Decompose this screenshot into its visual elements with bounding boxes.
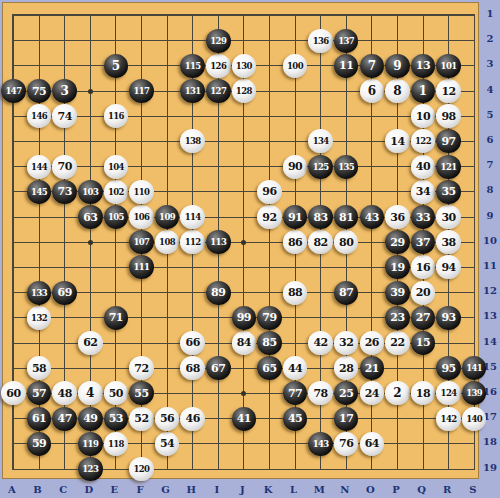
stone-white-104: 104 bbox=[104, 155, 129, 179]
stone-black-143: 143 bbox=[308, 432, 333, 456]
stone-white-10: 10 bbox=[411, 104, 436, 128]
stone-black-131: 131 bbox=[180, 79, 205, 103]
stone-white-14: 14 bbox=[385, 129, 410, 153]
stone-black-137: 137 bbox=[334, 29, 359, 53]
stone-white-140: 140 bbox=[462, 407, 487, 431]
stone-black-123: 123 bbox=[78, 457, 103, 481]
stone-white-86: 86 bbox=[283, 230, 308, 254]
stone-white-76: 76 bbox=[334, 432, 359, 456]
stone-white-114: 114 bbox=[180, 205, 205, 229]
stone-white-144: 144 bbox=[27, 155, 52, 179]
stone-white-116: 116 bbox=[104, 104, 129, 128]
stone-white-28: 28 bbox=[334, 356, 359, 380]
stone-white-22: 22 bbox=[385, 331, 410, 355]
stone-black-91: 91 bbox=[283, 205, 308, 229]
stone-white-70: 70 bbox=[52, 155, 77, 179]
stone-black-77: 77 bbox=[283, 381, 308, 405]
stone-black-29: 29 bbox=[385, 230, 410, 254]
stone-black-37: 37 bbox=[411, 230, 436, 254]
stone-white-26: 26 bbox=[360, 331, 385, 355]
stone-white-96: 96 bbox=[257, 180, 282, 204]
stone-black-35: 35 bbox=[436, 180, 461, 204]
row-label-1: 1 bbox=[481, 7, 499, 21]
stone-black-63: 63 bbox=[78, 205, 103, 229]
stone-black-115: 115 bbox=[180, 54, 205, 78]
col-label-P: P bbox=[388, 483, 404, 497]
stone-black-55: 55 bbox=[129, 381, 154, 405]
stone-white-84: 84 bbox=[232, 331, 257, 355]
stone-white-64: 64 bbox=[360, 432, 385, 456]
stone-white-106: 106 bbox=[129, 205, 154, 229]
stone-black-19: 19 bbox=[385, 255, 410, 279]
stone-black-39: 39 bbox=[385, 281, 410, 305]
row-label-14: 14 bbox=[481, 335, 499, 349]
stone-white-138: 138 bbox=[180, 129, 205, 153]
stone-white-2: 2 bbox=[385, 381, 410, 405]
stone-white-4: 4 bbox=[78, 381, 103, 405]
row-label-10: 10 bbox=[481, 234, 499, 248]
row-label-7: 7 bbox=[481, 158, 499, 172]
stone-black-69: 69 bbox=[52, 281, 77, 305]
stone-black-81: 81 bbox=[334, 205, 359, 229]
stone-white-62: 62 bbox=[78, 331, 103, 355]
col-label-D: D bbox=[81, 483, 97, 497]
stone-black-65: 65 bbox=[257, 356, 282, 380]
stone-black-85: 85 bbox=[257, 331, 282, 355]
stone-black-21: 21 bbox=[360, 356, 385, 380]
stone-white-72: 72 bbox=[129, 356, 154, 380]
row-label-4: 4 bbox=[481, 83, 499, 97]
stone-white-110: 110 bbox=[129, 180, 154, 204]
col-label-Q: Q bbox=[414, 483, 430, 497]
stone-black-13: 13 bbox=[411, 54, 436, 78]
stone-white-100: 100 bbox=[283, 54, 308, 78]
stone-black-57: 57 bbox=[27, 381, 52, 405]
stone-black-41: 41 bbox=[232, 407, 257, 431]
stone-black-141: 141 bbox=[462, 356, 487, 380]
stone-white-8: 8 bbox=[385, 79, 410, 103]
row-label-5: 5 bbox=[481, 108, 499, 122]
stone-black-1: 1 bbox=[411, 79, 436, 103]
stone-black-15: 15 bbox=[411, 331, 436, 355]
stone-black-33: 33 bbox=[411, 205, 436, 229]
stone-white-98: 98 bbox=[436, 104, 461, 128]
stone-white-66: 66 bbox=[180, 331, 205, 355]
stone-black-89: 89 bbox=[206, 281, 231, 305]
stone-white-128: 128 bbox=[232, 79, 257, 103]
stone-black-73: 73 bbox=[52, 180, 77, 204]
stone-white-40: 40 bbox=[411, 155, 436, 179]
stone-black-107: 107 bbox=[129, 230, 154, 254]
stone-black-61: 61 bbox=[27, 407, 52, 431]
row-label-8: 8 bbox=[481, 183, 499, 197]
row-label-9: 9 bbox=[481, 209, 499, 223]
stone-white-78: 78 bbox=[308, 381, 333, 405]
stone-white-88: 88 bbox=[283, 281, 308, 305]
col-label-B: B bbox=[30, 483, 46, 497]
col-label-M: M bbox=[311, 483, 327, 497]
stone-white-68: 68 bbox=[180, 356, 205, 380]
stone-black-135: 135 bbox=[334, 155, 359, 179]
stone-black-97: 97 bbox=[436, 129, 461, 153]
col-label-R: R bbox=[439, 483, 455, 497]
stone-black-121: 121 bbox=[436, 155, 461, 179]
col-label-O: O bbox=[362, 483, 378, 497]
stone-white-20: 20 bbox=[411, 281, 436, 305]
row-label-11: 11 bbox=[481, 259, 499, 273]
stone-white-54: 54 bbox=[155, 432, 180, 456]
stone-white-44: 44 bbox=[283, 356, 308, 380]
col-label-L: L bbox=[286, 483, 302, 497]
stone-black-133: 133 bbox=[27, 281, 52, 305]
stone-white-56: 56 bbox=[155, 407, 180, 431]
stone-white-38: 38 bbox=[436, 230, 461, 254]
stone-black-43: 43 bbox=[360, 205, 385, 229]
stone-black-93: 93 bbox=[436, 306, 461, 330]
stone-black-23: 23 bbox=[385, 306, 410, 330]
stone-black-117: 117 bbox=[129, 79, 154, 103]
stone-black-49: 49 bbox=[78, 407, 103, 431]
stone-black-95: 95 bbox=[436, 356, 461, 380]
stone-white-42: 42 bbox=[308, 331, 333, 355]
stone-white-34: 34 bbox=[411, 180, 436, 204]
stone-white-102: 102 bbox=[104, 180, 129, 204]
stone-white-82: 82 bbox=[308, 230, 333, 254]
go-board[interactable]: 1234567891011121314151617181920212223242… bbox=[2, 2, 479, 479]
col-label-J: J bbox=[234, 483, 250, 497]
col-label-F: F bbox=[132, 483, 148, 497]
stone-white-108: 108 bbox=[155, 230, 180, 254]
stone-white-130: 130 bbox=[232, 54, 257, 78]
stone-black-47: 47 bbox=[52, 407, 77, 431]
row-label-12: 12 bbox=[481, 284, 499, 298]
stone-black-87: 87 bbox=[334, 281, 359, 305]
stone-black-111: 111 bbox=[129, 255, 154, 279]
stone-black-11: 11 bbox=[334, 54, 359, 78]
row-label-3: 3 bbox=[481, 57, 499, 71]
stone-white-36: 36 bbox=[385, 205, 410, 229]
stone-white-58: 58 bbox=[27, 356, 52, 380]
stone-black-75: 75 bbox=[27, 79, 52, 103]
stone-black-45: 45 bbox=[283, 407, 308, 431]
stone-black-25: 25 bbox=[334, 381, 359, 405]
stone-white-24: 24 bbox=[360, 381, 385, 405]
stone-black-105: 105 bbox=[104, 205, 129, 229]
star-point bbox=[88, 89, 93, 94]
stone-black-27: 27 bbox=[411, 306, 436, 330]
stone-white-12: 12 bbox=[436, 79, 461, 103]
stone-white-132: 132 bbox=[27, 306, 52, 330]
stone-white-18: 18 bbox=[411, 381, 436, 405]
stone-black-3: 3 bbox=[52, 79, 77, 103]
col-label-K: K bbox=[260, 483, 276, 497]
stone-black-59: 59 bbox=[27, 432, 52, 456]
row-label-6: 6 bbox=[481, 133, 499, 147]
stone-white-112: 112 bbox=[180, 230, 205, 254]
stone-white-46: 46 bbox=[180, 407, 205, 431]
stone-black-125: 125 bbox=[308, 155, 333, 179]
stone-black-103: 103 bbox=[78, 180, 103, 204]
stone-black-71: 71 bbox=[104, 306, 129, 330]
star-point bbox=[88, 240, 93, 245]
row-label-19: 19 bbox=[481, 461, 499, 475]
stone-black-109: 109 bbox=[155, 205, 180, 229]
col-label-H: H bbox=[183, 483, 199, 497]
go-board-diagram: 1234567891011121314151617181920212223242… bbox=[0, 0, 500, 498]
stone-white-134: 134 bbox=[308, 129, 333, 153]
stone-white-48: 48 bbox=[52, 381, 77, 405]
stone-white-120: 120 bbox=[129, 457, 154, 481]
stone-black-83: 83 bbox=[308, 205, 333, 229]
col-label-I: I bbox=[209, 483, 225, 497]
stone-white-74: 74 bbox=[52, 104, 77, 128]
col-label-E: E bbox=[106, 483, 122, 497]
stone-black-101: 101 bbox=[436, 54, 461, 78]
stone-black-99: 99 bbox=[232, 306, 257, 330]
col-label-G: G bbox=[158, 483, 174, 497]
stone-white-92: 92 bbox=[257, 205, 282, 229]
stone-white-122: 122 bbox=[411, 129, 436, 153]
stone-black-145: 145 bbox=[27, 180, 52, 204]
stone-white-126: 126 bbox=[206, 54, 231, 78]
stone-white-124: 124 bbox=[436, 381, 461, 405]
stone-black-113: 113 bbox=[206, 230, 231, 254]
stone-white-118: 118 bbox=[104, 432, 129, 456]
stone-black-67: 67 bbox=[206, 356, 231, 380]
stone-white-16: 16 bbox=[411, 255, 436, 279]
stone-black-127: 127 bbox=[206, 79, 231, 103]
col-label-C: C bbox=[55, 483, 71, 497]
col-label-A: A bbox=[4, 483, 20, 497]
stone-black-139: 139 bbox=[462, 381, 487, 405]
stone-white-94: 94 bbox=[436, 255, 461, 279]
stone-black-5: 5 bbox=[104, 54, 129, 78]
stone-white-52: 52 bbox=[129, 407, 154, 431]
col-label-N: N bbox=[337, 483, 353, 497]
stone-black-17: 17 bbox=[334, 407, 359, 431]
stone-black-129: 129 bbox=[206, 29, 231, 53]
stone-white-146: 146 bbox=[27, 104, 52, 128]
stone-black-9: 9 bbox=[385, 54, 410, 78]
stone-black-119: 119 bbox=[78, 432, 103, 456]
row-label-2: 2 bbox=[481, 32, 499, 46]
stone-black-7: 7 bbox=[360, 54, 385, 78]
col-label-S: S bbox=[465, 483, 481, 497]
stone-white-32: 32 bbox=[334, 331, 359, 355]
stone-black-79: 79 bbox=[257, 306, 282, 330]
row-label-18: 18 bbox=[481, 435, 499, 449]
stone-white-30: 30 bbox=[436, 205, 461, 229]
row-label-13: 13 bbox=[481, 309, 499, 323]
stone-white-6: 6 bbox=[360, 79, 385, 103]
stone-black-53: 53 bbox=[104, 407, 129, 431]
stone-white-142: 142 bbox=[436, 407, 461, 431]
stone-white-50: 50 bbox=[104, 381, 129, 405]
stone-white-90: 90 bbox=[283, 155, 308, 179]
stone-black-147: 147 bbox=[1, 79, 26, 103]
stone-white-60: 60 bbox=[1, 381, 26, 405]
stone-white-80: 80 bbox=[334, 230, 359, 254]
stone-white-136: 136 bbox=[308, 29, 333, 53]
